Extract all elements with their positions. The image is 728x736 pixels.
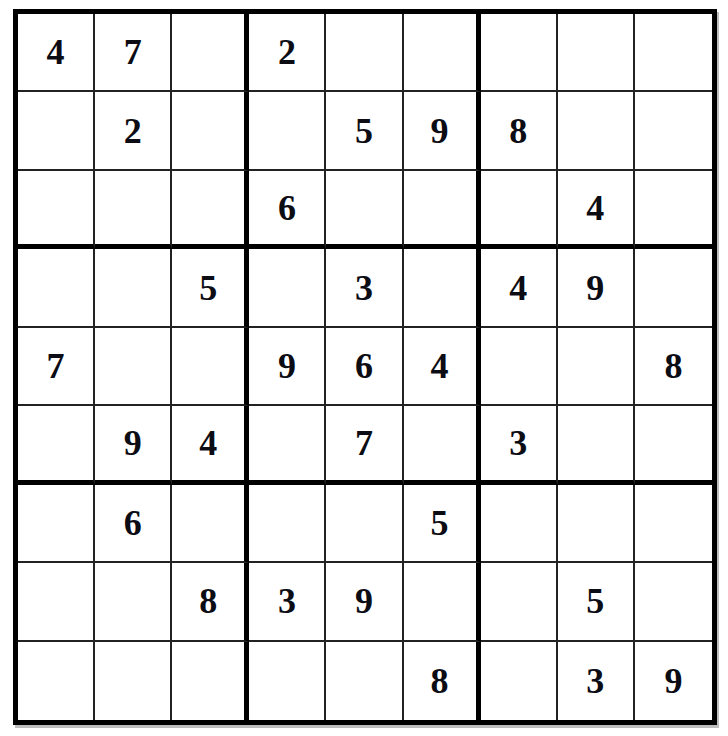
cell-r9c7[interactable] xyxy=(481,642,558,720)
cell-r9c5[interactable] xyxy=(326,642,403,720)
cell-r8c4[interactable]: 3 xyxy=(249,563,326,641)
cell-r6c1[interactable] xyxy=(18,406,95,484)
cell-r9c8[interactable]: 3 xyxy=(558,642,635,720)
cell-r7c8[interactable] xyxy=(558,485,635,563)
cell-r3c2[interactable] xyxy=(95,171,172,249)
cell-r7c7[interactable] xyxy=(481,485,558,563)
cell-r5c6[interactable]: 4 xyxy=(404,328,481,406)
cell-r5c8[interactable] xyxy=(558,328,635,406)
cell-r6c3[interactable]: 4 xyxy=(172,406,249,484)
cell-r2c8[interactable] xyxy=(558,92,635,170)
cell-r8c3[interactable]: 8 xyxy=(172,563,249,641)
cell-r5c2[interactable] xyxy=(95,328,172,406)
cell-r8c8[interactable]: 5 xyxy=(558,563,635,641)
cell-r8c1[interactable] xyxy=(18,563,95,641)
cell-r7c9[interactable] xyxy=(635,485,712,563)
cell-r4c8[interactable]: 9 xyxy=(558,249,635,327)
cell-r4c2[interactable] xyxy=(95,249,172,327)
cell-r8c5[interactable]: 9 xyxy=(326,563,403,641)
cell-r3c8[interactable]: 4 xyxy=(558,171,635,249)
cell-r6c6[interactable] xyxy=(404,406,481,484)
cell-r3c6[interactable] xyxy=(404,171,481,249)
cell-r6c8[interactable] xyxy=(558,406,635,484)
cell-r7c6[interactable]: 5 xyxy=(404,485,481,563)
cell-r2c3[interactable] xyxy=(172,92,249,170)
cell-r7c4[interactable] xyxy=(249,485,326,563)
cell-r5c9[interactable]: 8 xyxy=(635,328,712,406)
cell-r5c5[interactable]: 6 xyxy=(326,328,403,406)
cell-r3c1[interactable] xyxy=(18,171,95,249)
cell-r2c6[interactable]: 9 xyxy=(404,92,481,170)
cell-r8c6[interactable] xyxy=(404,563,481,641)
cell-r6c5[interactable]: 7 xyxy=(326,406,403,484)
cell-r2c9[interactable] xyxy=(635,92,712,170)
cell-r1c9[interactable] xyxy=(635,14,712,92)
cell-r7c2[interactable]: 6 xyxy=(95,485,172,563)
cell-r5c4[interactable]: 9 xyxy=(249,328,326,406)
cell-r7c1[interactable] xyxy=(18,485,95,563)
cell-r3c4[interactable]: 6 xyxy=(249,171,326,249)
cell-r1c4[interactable]: 2 xyxy=(249,14,326,92)
cell-r9c6[interactable]: 8 xyxy=(404,642,481,720)
cell-r2c5[interactable]: 5 xyxy=(326,92,403,170)
cell-r5c7[interactable] xyxy=(481,328,558,406)
cell-r3c3[interactable] xyxy=(172,171,249,249)
sudoku-board: 4722598645349796489473658395839 xyxy=(13,9,717,725)
cell-r3c7[interactable] xyxy=(481,171,558,249)
cell-r8c9[interactable] xyxy=(635,563,712,641)
cell-r4c5[interactable]: 3 xyxy=(326,249,403,327)
cell-r1c6[interactable] xyxy=(404,14,481,92)
cell-r1c1[interactable]: 4 xyxy=(18,14,95,92)
cell-r1c2[interactable]: 7 xyxy=(95,14,172,92)
cell-r1c7[interactable] xyxy=(481,14,558,92)
cell-r3c5[interactable] xyxy=(326,171,403,249)
cell-r9c1[interactable] xyxy=(18,642,95,720)
cell-r4c7[interactable]: 4 xyxy=(481,249,558,327)
cell-r8c7[interactable] xyxy=(481,563,558,641)
cell-r2c1[interactable] xyxy=(18,92,95,170)
cell-r8c2[interactable] xyxy=(95,563,172,641)
cell-r2c7[interactable]: 8 xyxy=(481,92,558,170)
cell-r4c6[interactable] xyxy=(404,249,481,327)
cell-r9c9[interactable]: 9 xyxy=(635,642,712,720)
cell-r4c9[interactable] xyxy=(635,249,712,327)
cell-r4c4[interactable] xyxy=(249,249,326,327)
cell-r2c4[interactable] xyxy=(249,92,326,170)
cell-r1c8[interactable] xyxy=(558,14,635,92)
cell-r6c2[interactable]: 9 xyxy=(95,406,172,484)
cell-r6c7[interactable]: 3 xyxy=(481,406,558,484)
cell-r6c9[interactable] xyxy=(635,406,712,484)
cell-r9c3[interactable] xyxy=(172,642,249,720)
cell-r1c3[interactable] xyxy=(172,14,249,92)
cell-r7c3[interactable] xyxy=(172,485,249,563)
cell-r6c4[interactable] xyxy=(249,406,326,484)
cell-r5c3[interactable] xyxy=(172,328,249,406)
cell-r9c4[interactable] xyxy=(249,642,326,720)
cell-r9c2[interactable] xyxy=(95,642,172,720)
cell-r1c5[interactable] xyxy=(326,14,403,92)
cell-r7c5[interactable] xyxy=(326,485,403,563)
cell-r3c9[interactable] xyxy=(635,171,712,249)
cell-r5c1[interactable]: 7 xyxy=(18,328,95,406)
cell-r4c1[interactable] xyxy=(18,249,95,327)
cell-r2c2[interactable]: 2 xyxy=(95,92,172,170)
cell-r4c3[interactable]: 5 xyxy=(172,249,249,327)
